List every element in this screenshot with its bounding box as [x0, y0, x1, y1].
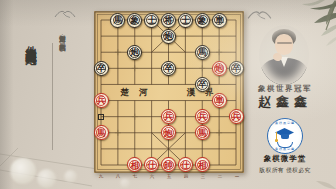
piece-red-6-7[interactable]: 馬 — [195, 125, 210, 140]
piece-red-4-6[interactable]: 兵 — [161, 109, 176, 124]
file-label: 四 — [182, 174, 190, 179]
piece-red-6-6[interactable]: 兵 — [195, 109, 210, 124]
file-label: 二 — [216, 174, 224, 179]
academy-name: 象棋微学堂 — [252, 154, 318, 164]
piece-red-4-9[interactable]: 帥 — [161, 157, 176, 172]
file-label: 六 — [148, 174, 156, 179]
logo-ring-text: 象棋微学堂 — [268, 121, 302, 125]
file-label: 七 — [131, 174, 139, 179]
title-divider — [52, 43, 53, 150]
piece-black-2-2[interactable]: 炮 — [127, 45, 142, 60]
piece-black-4-3[interactable]: 卒 — [161, 61, 176, 76]
piece-black-4-0[interactable]: 将 — [161, 13, 176, 28]
piece-black-2-0[interactable]: 象 — [127, 13, 142, 28]
piece-red-3-9[interactable]: 仕 — [144, 157, 159, 172]
piece-black-7-0[interactable]: 車 — [212, 13, 227, 28]
file-labels: 九八七六五四三二一 — [94, 174, 244, 179]
piece-red-2-9[interactable]: 相 — [127, 157, 142, 172]
piece-black-6-2[interactable]: 馬 — [195, 45, 210, 60]
crane-icon — [54, 8, 76, 21]
file-label: 五 — [165, 174, 173, 179]
piece-red-7-5[interactable]: 車 — [212, 93, 227, 108]
file-label: 三 — [199, 174, 207, 179]
lecture-subtitle: 许银川首创对窝车·彰显含蓄有利棋风 — [57, 29, 67, 157]
file-label: 九 — [97, 174, 105, 179]
background-piece — [37, 169, 56, 188]
piece-red-7-3[interactable]: 炮 — [212, 61, 227, 76]
piece-black-0-3[interactable]: 卒 — [94, 61, 109, 76]
piece-red-4-7[interactable]: 炮 — [161, 125, 176, 140]
background-piece — [64, 170, 77, 183]
piece-black-1-0[interactable]: 馬 — [110, 13, 125, 28]
piece-black-8-3[interactable]: 卒 — [229, 61, 244, 76]
background-piece — [120, 178, 130, 188]
crane-icon — [247, 8, 272, 23]
last-move-marker — [98, 114, 104, 120]
lecture-title: 仙人指路对卒底炮转列炮 — [23, 37, 38, 169]
piece-black-4-1[interactable]: 炮 — [161, 29, 176, 44]
piece-black-6-0[interactable]: 象 — [195, 13, 210, 28]
logo-ring-text-bottom: 象棋微学堂 — [268, 147, 302, 151]
piece-red-5-9[interactable]: 仕 — [178, 157, 193, 172]
graduation-cap-base — [281, 134, 289, 140]
file-label: 八 — [114, 174, 122, 179]
cap-tassel — [276, 132, 277, 139]
copyright-notice: 版权所有 侵权必究 — [244, 166, 326, 175]
piece-red-8-6[interactable]: 兵 — [229, 109, 244, 124]
academy-logo: 象棋微学堂 象棋微学堂 — [267, 118, 303, 154]
piece-red-0-7[interactable]: 馬 — [94, 125, 109, 140]
piece-black-6-4[interactable]: 卒 — [195, 77, 210, 92]
piece-black-3-0[interactable]: 士 — [144, 13, 159, 28]
xiangqi-board: 楚 河 漢 界 九八七六五四三二一 馬象士将士象車炮炮馬卒卒炮卒卒兵車兵兵兵馬炮… — [94, 11, 244, 173]
piece-red-6-9[interactable]: 相 — [195, 157, 210, 172]
piece-red-0-5[interactable]: 兵 — [94, 93, 109, 108]
champion-name: 赵鑫鑫 — [250, 93, 320, 111]
presenter-photo — [259, 25, 309, 85]
piece-black-5-0[interactable]: 士 — [178, 13, 193, 28]
piece-layer: 馬象士将士象車炮炮馬卒卒炮卒卒兵車兵兵兵馬炮馬相仕帥仕相 — [94, 11, 244, 173]
photo-edge-fade — [259, 25, 309, 85]
file-label: 一 — [233, 174, 241, 179]
video-thumbnail: 仙人指路对卒底炮转列炮 许银川首创对窝车·彰显含蓄有利棋风 楚 河 漢 界 — [0, 0, 336, 189]
